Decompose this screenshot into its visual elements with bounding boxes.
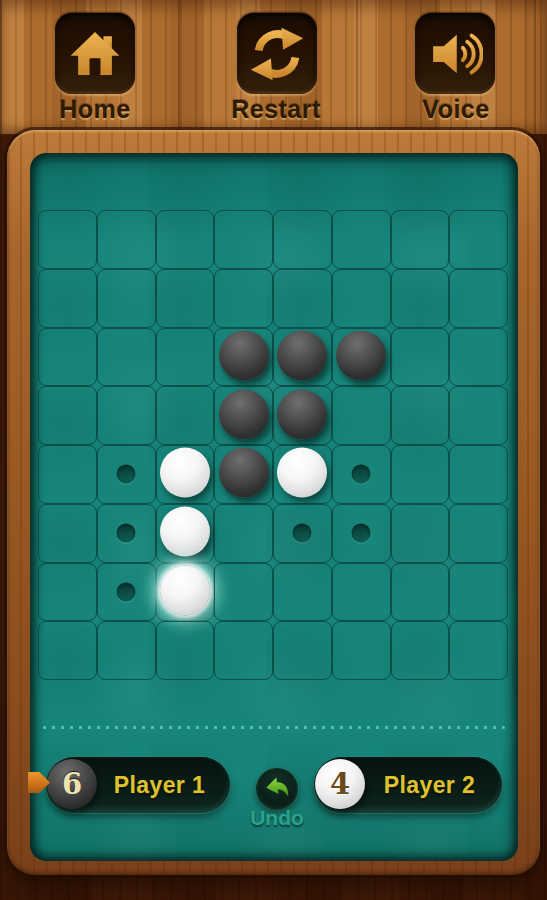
- footer-dotted-divider: [43, 726, 505, 729]
- board-cell[interactable]: [156, 210, 215, 269]
- board-cell[interactable]: [214, 269, 273, 328]
- board-cell[interactable]: [156, 386, 215, 445]
- board-cell[interactable]: [156, 621, 215, 680]
- board-cell[interactable]: [332, 210, 391, 269]
- othello-app-screen: Home Restart Voice 6 Player 1 Undo 4 Pla…: [0, 0, 547, 900]
- board-cell[interactable]: [97, 386, 156, 445]
- board-cell[interactable]: [273, 621, 332, 680]
- player1-score: 6: [62, 767, 82, 801]
- restart-button[interactable]: [237, 13, 317, 94]
- board-cell[interactable]: [391, 563, 450, 622]
- board-cell[interactable]: [449, 210, 508, 269]
- board-cell[interactable]: [332, 445, 391, 504]
- voice-button-label: Voice: [396, 95, 516, 124]
- board-cell[interactable]: [273, 445, 332, 504]
- home-button-label: Home: [35, 95, 155, 124]
- board-surface: [30, 153, 518, 861]
- board-cell[interactable]: [273, 504, 332, 563]
- board-cell[interactable]: [38, 621, 97, 680]
- player1-label: Player 1: [97, 772, 230, 799]
- othello-board-grid: [38, 210, 508, 680]
- player1-black-disc-score: 6: [47, 759, 97, 809]
- player2-score: 4: [330, 767, 350, 801]
- board-cell[interactable]: [391, 210, 450, 269]
- home-icon: [68, 27, 122, 81]
- restart-button-label: Restart: [216, 95, 336, 124]
- board-cell[interactable]: [214, 621, 273, 680]
- black-disc: [219, 389, 269, 439]
- board-cell[interactable]: [273, 210, 332, 269]
- board-cell[interactable]: [449, 269, 508, 328]
- board-cell[interactable]: [214, 328, 273, 387]
- restart-icon: [249, 26, 305, 82]
- legal-move-hint-dot[interactable]: [117, 465, 136, 484]
- legal-move-hint-dot[interactable]: [293, 524, 312, 543]
- home-button[interactable]: [55, 13, 135, 94]
- board-cell[interactable]: [391, 328, 450, 387]
- board-cell[interactable]: [156, 328, 215, 387]
- board-cell[interactable]: [214, 210, 273, 269]
- black-disc: [277, 330, 327, 380]
- white-disc: [160, 448, 210, 498]
- board-cell[interactable]: [449, 621, 508, 680]
- board-cell[interactable]: [38, 504, 97, 563]
- board-cell[interactable]: [38, 445, 97, 504]
- board-cell[interactable]: [449, 445, 508, 504]
- board-cell[interactable]: [214, 386, 273, 445]
- board-cell[interactable]: [332, 386, 391, 445]
- board-cell[interactable]: [156, 563, 215, 622]
- board-cell[interactable]: [97, 445, 156, 504]
- board-cell[interactable]: [97, 269, 156, 328]
- board-cell[interactable]: [97, 328, 156, 387]
- board-cell[interactable]: [273, 269, 332, 328]
- board-cell[interactable]: [156, 445, 215, 504]
- undo-label: Undo: [237, 806, 317, 830]
- board-cell[interactable]: [38, 386, 97, 445]
- black-disc: [219, 448, 269, 498]
- board-cell[interactable]: [273, 563, 332, 622]
- undo-button[interactable]: [256, 768, 298, 810]
- player2-score-pill: 4 Player 2: [314, 757, 502, 813]
- board-cell[interactable]: [273, 328, 332, 387]
- board-cell[interactable]: [38, 563, 97, 622]
- legal-move-hint-dot[interactable]: [117, 524, 136, 543]
- board-cell[interactable]: [38, 328, 97, 387]
- player2-white-disc-score: 4: [315, 759, 365, 809]
- undo-arrow-icon: [263, 775, 291, 803]
- board-cell[interactable]: [38, 269, 97, 328]
- board-cell[interactable]: [156, 269, 215, 328]
- board-cell[interactable]: [332, 621, 391, 680]
- player2-label: Player 2: [365, 772, 502, 799]
- board-cell[interactable]: [214, 563, 273, 622]
- board-cell[interactable]: [391, 621, 450, 680]
- board-cell[interactable]: [214, 504, 273, 563]
- board-cell[interactable]: [332, 504, 391, 563]
- legal-move-hint-dot[interactable]: [352, 524, 371, 543]
- white-disc: [160, 507, 210, 557]
- board-cell[interactable]: [332, 269, 391, 328]
- board-cell[interactable]: [214, 445, 273, 504]
- black-disc: [219, 330, 269, 380]
- player1-score-pill: 6 Player 1: [46, 757, 230, 813]
- board-cell[interactable]: [449, 563, 508, 622]
- board-cell[interactable]: [449, 504, 508, 563]
- voice-button[interactable]: [415, 13, 495, 94]
- board-cell[interactable]: [332, 563, 391, 622]
- black-disc: [336, 330, 386, 380]
- board-cell[interactable]: [391, 269, 450, 328]
- board-cell[interactable]: [97, 504, 156, 563]
- board-cell[interactable]: [391, 504, 450, 563]
- board-cell[interactable]: [449, 328, 508, 387]
- board-cell[interactable]: [156, 504, 215, 563]
- board-cell[interactable]: [449, 386, 508, 445]
- board-cell[interactable]: [38, 210, 97, 269]
- board-cell[interactable]: [391, 445, 450, 504]
- board-cell[interactable]: [273, 386, 332, 445]
- board-cell[interactable]: [97, 210, 156, 269]
- legal-move-hint-dot[interactable]: [117, 582, 136, 601]
- board-cell[interactable]: [332, 328, 391, 387]
- board-cell[interactable]: [97, 563, 156, 622]
- board-cell[interactable]: [391, 386, 450, 445]
- white-disc: [277, 448, 327, 498]
- board-cell[interactable]: [97, 621, 156, 680]
- voice-speaker-icon: [427, 26, 483, 82]
- legal-move-hint-dot[interactable]: [352, 465, 371, 484]
- black-disc: [277, 389, 327, 439]
- white-disc: [160, 565, 210, 615]
